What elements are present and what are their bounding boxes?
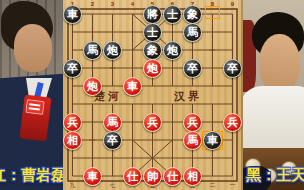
piece-red-兵[interactable]: 兵 (143, 113, 162, 132)
piece-red-兵[interactable]: 兵 (183, 113, 202, 132)
file-label: 九 (63, 181, 83, 189)
piece-black-卒[interactable]: 卒 (183, 59, 202, 78)
piece-black-象[interactable]: 象 (143, 41, 162, 60)
right-player-face (259, 34, 300, 94)
file-label: 一 (223, 181, 243, 189)
piece-black-士[interactable]: 士 (143, 23, 162, 42)
red-player-name-label: 红：曹岩磊 (0, 166, 63, 185)
piece-black-車[interactable]: 車 (63, 5, 82, 24)
piece-red-相[interactable]: 相 (183, 167, 202, 186)
piece-red-兵[interactable]: 兵 (63, 113, 82, 132)
board-grid: 車將士象士馬馬炮象炮卒卒卒炮炮車兵馬兵兵兵相卒馬車車仕帥仕相 (63, 5, 243, 185)
piece-red-車[interactable]: 車 (123, 77, 142, 96)
piece-red-帥[interactable]: 帥 (143, 167, 162, 186)
right-player-photo: 黑：王天一 (243, 0, 304, 190)
file-label: 9 (223, 0, 243, 8)
file-label: 二 (203, 181, 223, 189)
piece-black-卒[interactable]: 卒 (63, 59, 82, 78)
black-player-name-label: 黑：王天一 (246, 166, 304, 185)
piece-red-仕[interactable]: 仕 (163, 167, 182, 186)
piece-red-相[interactable]: 相 (63, 131, 82, 150)
piece-red-馬[interactable]: 馬 (103, 113, 122, 132)
file-label: 3 (103, 0, 123, 8)
piece-red-炮[interactable]: 炮 (143, 59, 162, 78)
river-label-han: 汉界 (174, 89, 202, 104)
piece-black-炮[interactable]: 炮 (103, 41, 122, 60)
microphone-logo-icon (25, 99, 45, 115)
left-player-face (14, 24, 52, 72)
piece-red-馬[interactable]: 馬 (183, 131, 202, 150)
xiangqi-board[interactable]: 楚河 汉界 ········· 123456789 九八七六五四三二一 車將士象… (63, 0, 243, 190)
file-label: 4 (123, 0, 143, 8)
piece-red-仕[interactable]: 仕 (123, 167, 142, 186)
piece-black-車[interactable]: 車 (203, 131, 222, 150)
piece-black-卒[interactable]: 卒 (223, 59, 242, 78)
piece-black-炮[interactable]: 炮 (163, 41, 182, 60)
piece-black-士[interactable]: 士 (163, 5, 182, 24)
piece-red-兵[interactable]: 兵 (223, 113, 242, 132)
piece-red-車[interactable]: 車 (83, 167, 102, 186)
broadcast-frame: 红：曹岩磊 楚河 汉界 ········· 123456789 九八七六五 (0, 0, 304, 190)
piece-black-卒[interactable]: 卒 (103, 131, 122, 150)
piece-black-馬[interactable]: 馬 (183, 23, 202, 42)
file-label: 2 (83, 0, 103, 8)
last-move-from-marker (205, 6, 220, 19)
piece-black-將[interactable]: 將 (143, 5, 162, 24)
left-player-photo: 红：曹岩磊 (0, 0, 63, 190)
piece-red-炮[interactable]: 炮 (83, 77, 102, 96)
file-label: 七 (103, 181, 123, 189)
piece-black-象[interactable]: 象 (183, 5, 202, 24)
piece-black-馬[interactable]: 馬 (83, 41, 102, 60)
